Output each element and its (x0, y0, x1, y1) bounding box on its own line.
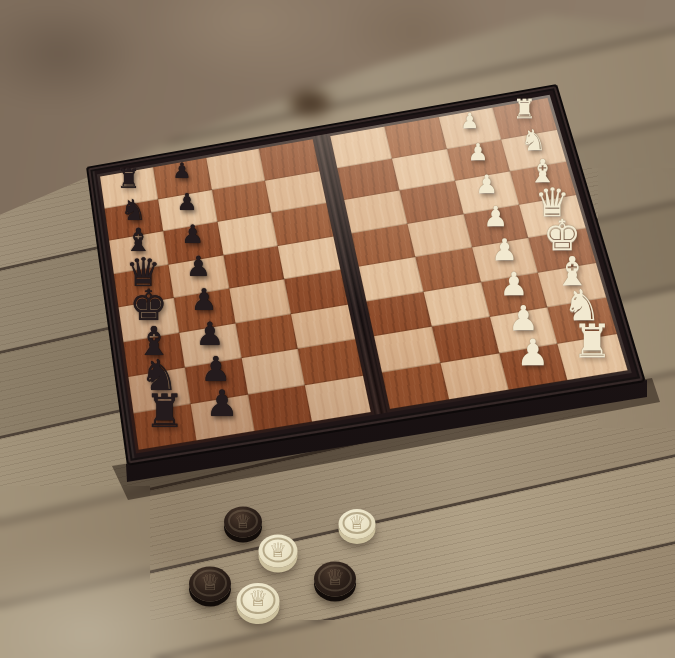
chess-set-photo-scene: ♜♞♝♛♚♝♞♜♟♟♟♟♟♟♟♟♟♟♟♟♟♟♟♟♜♞♝♛♚♝♞♜ ♕♕♕♕♕♕ (0, 0, 675, 658)
checker-disc-light[interactable]: ♕ (339, 509, 376, 539)
checker-disc-light[interactable]: ♕ (259, 535, 298, 568)
crown-emboss-icon: ♕ (259, 535, 298, 564)
checkers-discs: ♕♕♕♕♕♕ (0, 0, 675, 658)
crown-emboss-icon: ♕ (314, 562, 356, 593)
crown-emboss-icon: ♕ (339, 509, 376, 535)
checker-disc-dark[interactable]: ♕ (224, 507, 262, 538)
checker-disc-dark[interactable]: ♕ (189, 567, 231, 602)
crown-emboss-icon: ♕ (189, 567, 231, 598)
crown-emboss-icon: ♕ (237, 583, 280, 615)
checker-disc-dark[interactable]: ♕ (314, 562, 356, 597)
crown-emboss-icon: ♕ (224, 507, 262, 534)
checker-disc-light[interactable]: ♕ (237, 583, 280, 619)
